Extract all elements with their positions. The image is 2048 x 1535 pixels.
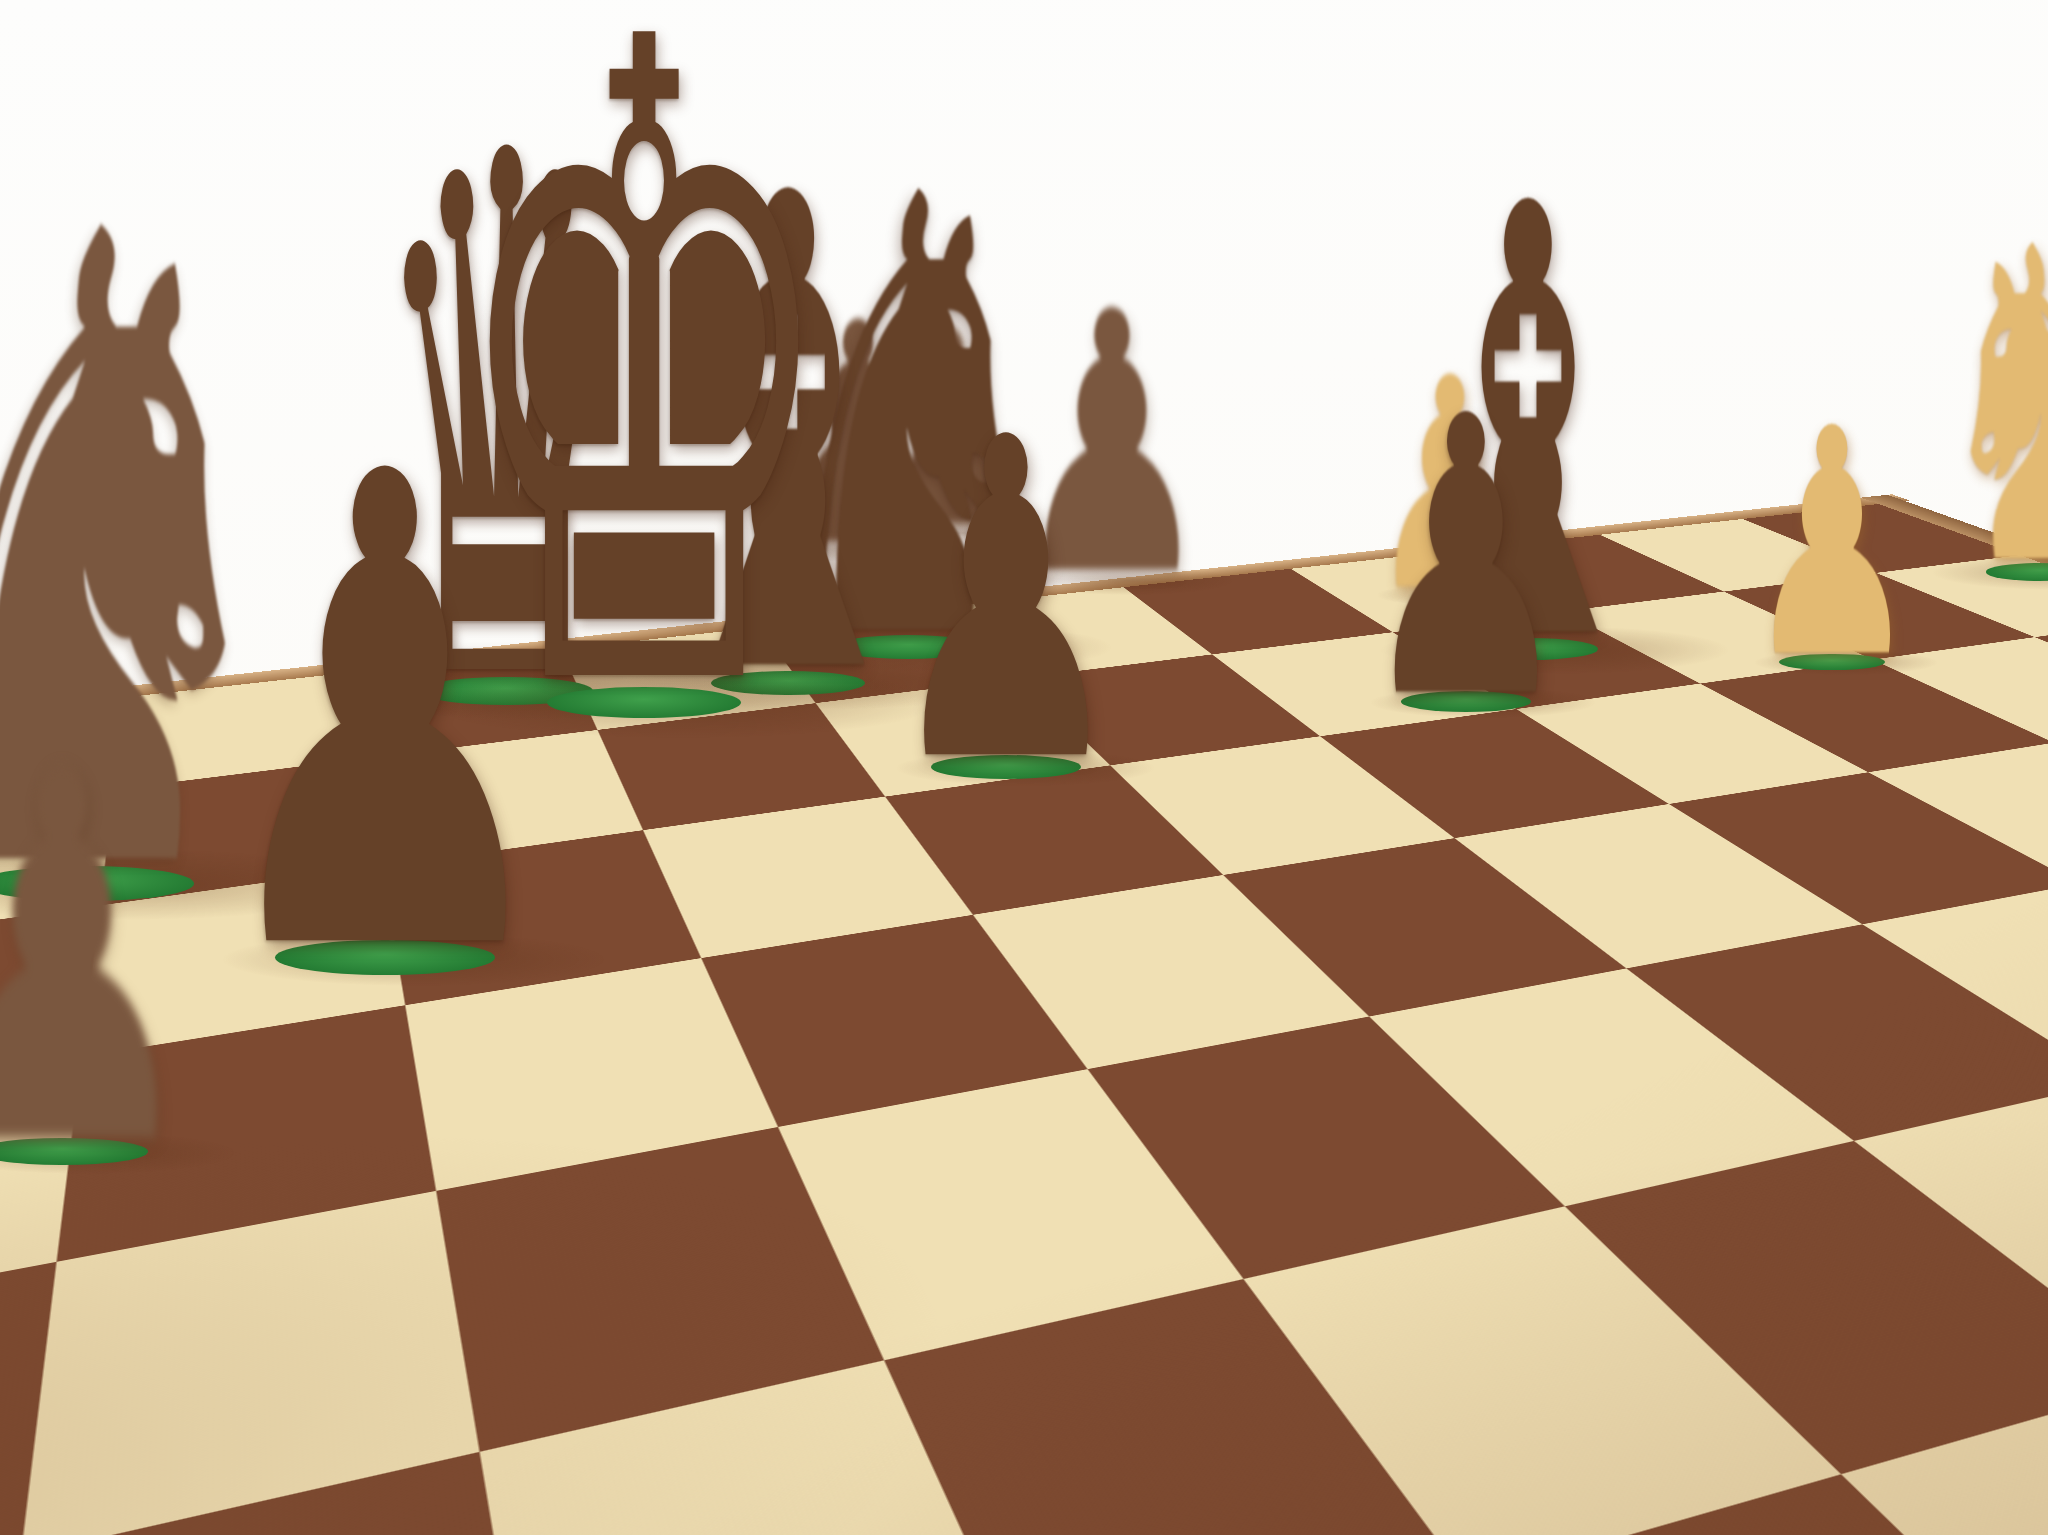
dark-pawn-glyph: ♟: [0, 767, 204, 1155]
pieces-layer: ♟♟♞♟♟♞♝♟♝♛♟♚♟♞♟♟: [0, 0, 2048, 1535]
dark-pawn-glyph: ♟: [884, 435, 1129, 770]
light-knight-glyph: ♞: [1931, 245, 2048, 574]
board-photo: ♟♟♞♟♟♞♝♟♝♛♟♚♟♞♟♟: [0, 0, 2048, 1535]
dark-pawn-glyph: ♟: [204, 468, 565, 962]
light-pawn-glyph: ♟: [1745, 426, 1919, 664]
dark-pawn-glyph: ♟: [1359, 413, 1572, 704]
